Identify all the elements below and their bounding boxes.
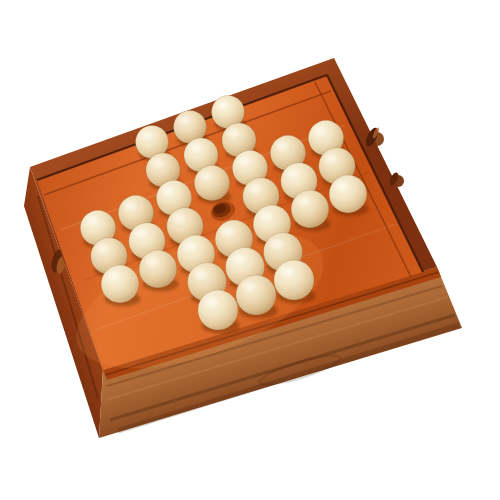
marble-r6c4[interactable]	[274, 260, 316, 304]
marble-r6c3[interactable]	[236, 275, 278, 319]
peg-solitaire-product-photo	[0, 0, 500, 500]
board-scene-svg	[0, 0, 500, 500]
marble-r6c2[interactable]	[198, 290, 240, 334]
